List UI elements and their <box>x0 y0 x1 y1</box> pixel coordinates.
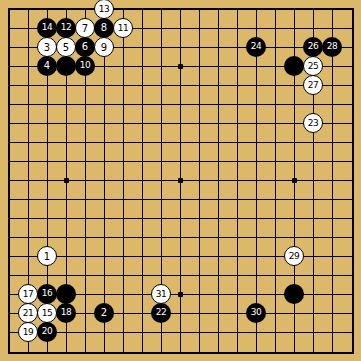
grid-cell <box>48 143 67 162</box>
black-stone: 24 <box>246 37 266 57</box>
grid-cell <box>200 257 219 276</box>
star-point <box>178 178 183 183</box>
grid-cell <box>314 295 333 314</box>
grid-cell <box>143 219 162 238</box>
grid-cell <box>67 200 86 219</box>
grid-cell <box>219 48 238 67</box>
grid-cell <box>143 86 162 105</box>
move-number: 11 <box>118 23 128 33</box>
grid-cell <box>67 143 86 162</box>
grid-cell <box>314 181 333 200</box>
move-number: 9 <box>101 42 107 53</box>
grid-cell <box>162 29 181 48</box>
grid-cell <box>10 200 29 219</box>
grid-cell <box>124 105 143 124</box>
grid-cell <box>10 124 29 143</box>
grid-cell <box>10 143 29 162</box>
white-stone: 29 <box>284 246 304 266</box>
white-stone: 25 <box>303 56 323 76</box>
black-stone: 14 <box>37 18 57 38</box>
grid-cell <box>257 257 276 276</box>
grid-cell <box>276 10 295 29</box>
grid-cell <box>181 48 200 67</box>
white-stone: 9 <box>94 37 114 57</box>
grid-cell <box>200 143 219 162</box>
grid-cell <box>143 181 162 200</box>
grid-cell <box>257 200 276 219</box>
grid-cell <box>181 10 200 29</box>
grid-cell <box>86 143 105 162</box>
grid-cell <box>314 238 333 257</box>
grid-cell <box>67 181 86 200</box>
grid-cell <box>124 67 143 86</box>
grid-cell <box>333 219 352 238</box>
black-stone: 28 <box>322 37 342 57</box>
white-stone: 17 <box>18 284 38 304</box>
move-number: 29 <box>289 251 299 261</box>
black-stone: 2 <box>94 303 114 323</box>
grid-cell <box>124 314 143 333</box>
grid-cell <box>29 143 48 162</box>
grid-cell <box>314 314 333 333</box>
grid-cell <box>257 162 276 181</box>
grid-cell <box>333 314 352 333</box>
grid-cell <box>257 67 276 86</box>
grid-cell <box>105 219 124 238</box>
white-stone: 21 <box>18 303 38 323</box>
move-number: 2 <box>101 307 107 318</box>
grid-cell <box>333 295 352 314</box>
grid-cell <box>295 10 314 29</box>
white-stone: 15 <box>37 303 57 323</box>
grid-cell <box>181 29 200 48</box>
grid-cell <box>105 181 124 200</box>
move-number: 27 <box>308 80 318 90</box>
grid-cell <box>124 333 143 352</box>
grid-cell <box>162 200 181 219</box>
grid-cell <box>238 143 257 162</box>
star-point <box>178 292 183 297</box>
grid-cell <box>219 105 238 124</box>
grid-cell <box>124 162 143 181</box>
move-number: 28 <box>327 41 337 51</box>
move-number: 31 <box>156 289 166 299</box>
grid-cell <box>124 48 143 67</box>
grid-cell <box>162 10 181 29</box>
grid-cell <box>333 124 352 143</box>
grid-cell <box>219 314 238 333</box>
grid-cell <box>124 86 143 105</box>
grid-cell <box>238 86 257 105</box>
grid-cell <box>143 10 162 29</box>
grid-cell <box>276 333 295 352</box>
grid-cell <box>105 86 124 105</box>
grid-cell <box>200 238 219 257</box>
grid-cell <box>48 219 67 238</box>
grid-cell <box>124 219 143 238</box>
grid-cell <box>67 105 86 124</box>
move-number: 4 <box>44 60 50 71</box>
grid-cell <box>67 219 86 238</box>
grid-cell <box>124 257 143 276</box>
grid-cell <box>162 181 181 200</box>
go-board-diagram: 1234567891011121314151617181920212223242… <box>0 0 361 361</box>
grid-cell <box>143 124 162 143</box>
grid-cell <box>314 143 333 162</box>
grid-cell <box>276 105 295 124</box>
grid-cell <box>143 67 162 86</box>
grid-cell <box>181 257 200 276</box>
black-stone: 8 <box>94 18 114 38</box>
grid-cell <box>181 295 200 314</box>
grid-cell <box>333 10 352 29</box>
grid-cell <box>238 276 257 295</box>
grid-cell <box>257 219 276 238</box>
grid-cell <box>257 10 276 29</box>
grid-cell <box>200 105 219 124</box>
grid-cell <box>238 333 257 352</box>
move-number: 21 <box>23 308 33 318</box>
grid-cell <box>219 86 238 105</box>
grid-cell <box>333 86 352 105</box>
grid-cell <box>48 200 67 219</box>
grid-cell <box>238 257 257 276</box>
grid-cell <box>257 238 276 257</box>
grid-cell <box>143 238 162 257</box>
grid-cell <box>333 105 352 124</box>
grid-cell <box>181 67 200 86</box>
move-number: 19 <box>23 327 33 337</box>
black-stone: 22 <box>151 303 171 323</box>
white-stone: 19 <box>18 322 38 342</box>
grid-cell <box>200 86 219 105</box>
grid-cell <box>10 105 29 124</box>
move-number: 30 <box>251 307 261 317</box>
white-stone: 31 <box>151 284 171 304</box>
handicap-black-stone <box>284 56 304 76</box>
grid-cell <box>124 276 143 295</box>
grid-cell <box>86 105 105 124</box>
grid-cell <box>276 219 295 238</box>
grid-cell <box>105 238 124 257</box>
grid-cell <box>200 276 219 295</box>
grid-cell <box>333 257 352 276</box>
grid-cell <box>86 200 105 219</box>
grid-cell <box>124 143 143 162</box>
move-number: 5 <box>63 42 69 53</box>
grid-cell <box>200 29 219 48</box>
move-number: 14 <box>42 22 52 32</box>
grid-cell <box>86 86 105 105</box>
grid-cell <box>200 48 219 67</box>
black-stone: 6 <box>75 37 95 57</box>
grid-cell <box>219 143 238 162</box>
grid-cell <box>181 181 200 200</box>
move-number: 25 <box>308 61 318 71</box>
grid-cell <box>10 181 29 200</box>
grid-cell <box>276 86 295 105</box>
grid-cell <box>181 124 200 143</box>
grid-cell <box>29 105 48 124</box>
black-stone: 26 <box>303 37 323 57</box>
grid-cell <box>105 124 124 143</box>
grid-cell <box>219 333 238 352</box>
grid-cell <box>257 86 276 105</box>
grid-cell <box>295 200 314 219</box>
grid-cell <box>10 238 29 257</box>
grid-cell <box>162 238 181 257</box>
black-stone: 30 <box>246 303 266 323</box>
grid-cell <box>257 333 276 352</box>
handicap-black-stone <box>284 284 304 304</box>
grid-cell <box>105 162 124 181</box>
grid-cell <box>124 181 143 200</box>
grid-cell <box>314 162 333 181</box>
grid-cell <box>200 219 219 238</box>
grid-cell <box>295 162 314 181</box>
grid-cell <box>219 181 238 200</box>
grid-cell <box>10 219 29 238</box>
grid-cell <box>333 181 352 200</box>
grid-cell <box>10 10 29 29</box>
grid-cell <box>276 181 295 200</box>
grid-cell <box>162 257 181 276</box>
white-stone: 5 <box>56 37 76 57</box>
grid-cell <box>67 162 86 181</box>
grid-cell <box>219 238 238 257</box>
grid-cell <box>200 295 219 314</box>
grid-cell <box>181 200 200 219</box>
move-number: 20 <box>42 326 52 336</box>
move-number: 24 <box>251 41 261 51</box>
grid-cell <box>143 200 162 219</box>
grid-cell <box>10 86 29 105</box>
grid-cell <box>67 124 86 143</box>
grid-cell <box>333 200 352 219</box>
grid-cell <box>276 29 295 48</box>
grid-cell <box>181 238 200 257</box>
grid-cell <box>48 105 67 124</box>
grid-cell <box>219 200 238 219</box>
move-number: 22 <box>156 307 166 317</box>
grid-cell <box>105 276 124 295</box>
grid-cell <box>143 333 162 352</box>
move-number: 17 <box>23 289 33 299</box>
grid-cell <box>238 124 257 143</box>
grid-cell <box>314 200 333 219</box>
grid-cell <box>105 333 124 352</box>
grid-cell <box>162 219 181 238</box>
grid-cell <box>276 143 295 162</box>
grid-cell <box>219 295 238 314</box>
grid-cell <box>162 86 181 105</box>
grid-cell <box>257 143 276 162</box>
grid-cell <box>276 124 295 143</box>
grid-cell <box>200 162 219 181</box>
move-number: 23 <box>308 118 318 128</box>
star-point <box>64 178 69 183</box>
grid-cell <box>295 219 314 238</box>
grid-cell <box>295 143 314 162</box>
black-stone: 16 <box>37 284 57 304</box>
grid-cell <box>10 162 29 181</box>
white-stone: 23 <box>303 113 323 133</box>
grid-cell <box>295 181 314 200</box>
grid-cell <box>238 181 257 200</box>
move-number: 10 <box>80 60 90 70</box>
handicap-black-stone <box>56 56 76 76</box>
grid-cell <box>219 10 238 29</box>
grid-cell <box>257 124 276 143</box>
grid-cell <box>181 219 200 238</box>
grid-cell <box>143 162 162 181</box>
grid-cell <box>200 10 219 29</box>
grid-cell <box>143 143 162 162</box>
black-stone: 10 <box>75 56 95 76</box>
grid-cell <box>105 67 124 86</box>
grid-cell <box>257 105 276 124</box>
grid-cell <box>29 86 48 105</box>
grid-cell <box>181 314 200 333</box>
grid-cell <box>219 219 238 238</box>
grid-cell <box>29 162 48 181</box>
grid-cell <box>181 105 200 124</box>
grid-cell <box>257 276 276 295</box>
grid-cell <box>124 124 143 143</box>
grid-cell <box>143 29 162 48</box>
grid-cell <box>295 314 314 333</box>
grid-cell <box>162 124 181 143</box>
grid-cell <box>105 105 124 124</box>
white-stone: 27 <box>303 75 323 95</box>
white-stone: 11 <box>113 18 133 38</box>
grid-cell <box>295 333 314 352</box>
grid-cell <box>219 257 238 276</box>
grid-cell <box>181 276 200 295</box>
grid-cell <box>219 162 238 181</box>
grid-cell <box>314 10 333 29</box>
grid-cell <box>257 181 276 200</box>
grid-cell <box>219 29 238 48</box>
grid-cell <box>124 295 143 314</box>
grid-cell <box>200 333 219 352</box>
grid-cell <box>86 276 105 295</box>
grid-cell <box>124 200 143 219</box>
grid-cell <box>29 200 48 219</box>
grid-cell <box>238 219 257 238</box>
white-stone: 1 <box>37 246 57 266</box>
grid-cell <box>333 276 352 295</box>
grid-cell <box>86 181 105 200</box>
grid-cell <box>162 333 181 352</box>
grid-cell <box>86 124 105 143</box>
grid-cell <box>200 314 219 333</box>
grid-cell <box>105 200 124 219</box>
move-number: 1 <box>44 251 50 262</box>
grid-cell <box>200 67 219 86</box>
move-number: 8 <box>101 22 107 33</box>
grid-cell <box>276 314 295 333</box>
grid-cell <box>10 29 29 48</box>
star-point <box>178 64 183 69</box>
grid-cell <box>181 162 200 181</box>
grid-cell <box>29 181 48 200</box>
grid-cell <box>219 67 238 86</box>
grid-cell <box>238 200 257 219</box>
grid-cell <box>29 124 48 143</box>
move-number: 26 <box>308 41 318 51</box>
grid-cell <box>219 124 238 143</box>
move-number: 12 <box>61 22 71 32</box>
grid-cell <box>86 162 105 181</box>
grid-cell <box>314 333 333 352</box>
move-number: 3 <box>44 42 50 53</box>
grid-cell <box>333 143 352 162</box>
move-number: 7 <box>82 23 88 34</box>
grid-cell <box>67 333 86 352</box>
grid-cell <box>200 200 219 219</box>
grid-cell <box>181 143 200 162</box>
grid-cell <box>67 257 86 276</box>
star-point <box>292 178 297 183</box>
grid-cell <box>181 333 200 352</box>
grid-cell <box>105 257 124 276</box>
handicap-black-stone <box>56 284 76 304</box>
grid-cell <box>143 257 162 276</box>
grid-cell <box>238 105 257 124</box>
grid-cell <box>238 238 257 257</box>
grid-cell <box>10 257 29 276</box>
grid-cell <box>143 105 162 124</box>
black-stone: 4 <box>37 56 57 76</box>
grid-cell <box>200 124 219 143</box>
grid-cell <box>86 238 105 257</box>
grid-cell <box>105 143 124 162</box>
grid-cell <box>67 238 86 257</box>
grid-cell <box>333 67 352 86</box>
grid-cell <box>314 257 333 276</box>
grid-cell <box>238 162 257 181</box>
grid-cell <box>10 67 29 86</box>
grid-cell <box>86 257 105 276</box>
grid-cell <box>276 200 295 219</box>
grid-cell <box>124 238 143 257</box>
grid-cell <box>67 86 86 105</box>
move-number: 6 <box>82 41 88 52</box>
white-stone: 13 <box>94 0 114 19</box>
move-number: 18 <box>61 307 71 317</box>
grid-cell <box>219 276 238 295</box>
grid-cell <box>181 86 200 105</box>
grid-cell <box>86 333 105 352</box>
white-stone: 3 <box>37 37 57 57</box>
white-stone: 7 <box>75 18 95 38</box>
grid-cell <box>200 181 219 200</box>
grid-cell <box>48 124 67 143</box>
black-stone: 12 <box>56 18 76 38</box>
move-number: 16 <box>42 288 52 298</box>
grid-cell <box>238 10 257 29</box>
grid-cell <box>333 333 352 352</box>
black-stone: 20 <box>37 322 57 342</box>
grid-cell <box>143 48 162 67</box>
grid-cell <box>162 143 181 162</box>
grid-cell <box>86 219 105 238</box>
grid-cell <box>48 181 67 200</box>
grid-cell <box>10 48 29 67</box>
grid-cell <box>162 67 181 86</box>
grid-cell <box>238 67 257 86</box>
